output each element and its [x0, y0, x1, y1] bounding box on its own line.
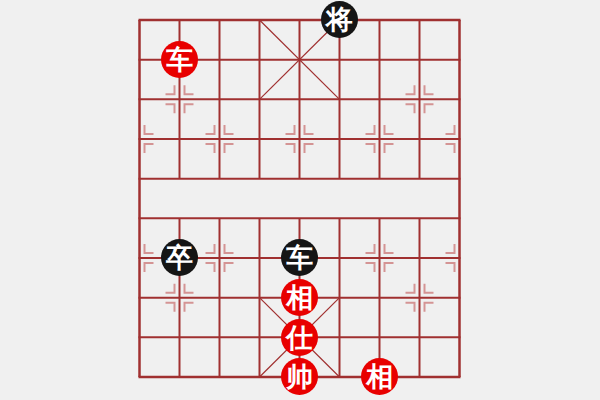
- piece-black-chariot[interactable]: 车: [281, 239, 318, 276]
- intersection-red-advisor: 仕: [280, 317, 320, 357]
- intersection-red-elephant-2: 相: [360, 357, 400, 397]
- piece-red-chariot[interactable]: 车: [161, 41, 198, 78]
- intersection-black-chariot: 车: [280, 238, 320, 278]
- piece-red-advisor[interactable]: 仕: [281, 319, 318, 356]
- intersection-red-chariot: 车: [160, 40, 200, 80]
- intersection-black-general: 将: [320, 0, 360, 40]
- piece-red-elephant-1[interactable]: 相: [281, 279, 318, 316]
- pieces-layer: 将车卒车相仕帅相: [120, 0, 480, 397]
- intersection-black-pawn: 卒: [160, 238, 200, 278]
- piece-red-general[interactable]: 帅: [281, 358, 318, 395]
- intersection-red-general: 帅: [280, 357, 320, 397]
- piece-red-elephant-2[interactable]: 相: [361, 358, 398, 395]
- piece-black-pawn[interactable]: 卒: [161, 239, 198, 276]
- intersection-red-elephant-1: 相: [280, 278, 320, 318]
- xiangqi-board: 将车卒车相仕帅相: [0, 0, 600, 400]
- piece-black-general[interactable]: 将: [321, 1, 358, 38]
